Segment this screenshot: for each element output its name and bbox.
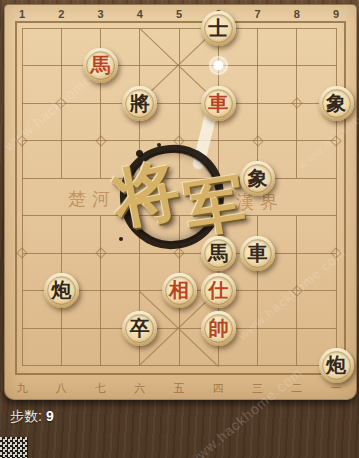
piece-character: 炮: [44, 273, 79, 308]
ink-splatter-dot: [119, 237, 123, 241]
file-label-bottom: 九: [12, 382, 32, 396]
grid-line-v: [336, 28, 337, 366]
piece-character: 仕: [201, 273, 236, 308]
file-label-bottom: 六: [130, 382, 150, 396]
file-label-bottom: 三: [248, 382, 268, 396]
piece-character: 將: [122, 86, 157, 121]
file-label-top: 2: [51, 7, 71, 21]
piece-character: 車: [240, 236, 275, 271]
grid-line-v: [100, 216, 101, 366]
piece-character: 馬: [201, 236, 236, 271]
file-label-top: 7: [248, 7, 268, 21]
piece-character: 象: [240, 161, 275, 196]
file-label-bottom: 八: [51, 382, 71, 396]
piece-black-車[interactable]: 車: [240, 236, 275, 271]
piece-black-炮[interactable]: 炮: [319, 348, 354, 383]
file-label-top: 9: [326, 7, 346, 21]
piece-red-帥[interactable]: 帥: [201, 311, 236, 346]
piece-red-馬[interactable]: 馬: [83, 48, 118, 83]
piece-character: 士: [201, 11, 236, 46]
piece-black-士[interactable]: 士: [201, 11, 236, 46]
file-label-bottom: 一: [326, 382, 346, 396]
piece-red-仕[interactable]: 仕: [201, 273, 236, 308]
file-label-bottom: 四: [208, 382, 228, 396]
move-count-label: 步数:: [10, 408, 42, 424]
piece-character: 馬: [83, 48, 118, 83]
river-text-left: 楚河: [68, 187, 116, 211]
move-count: 步数:9: [10, 408, 54, 426]
file-label-top: 1: [12, 7, 32, 21]
piece-black-馬[interactable]: 馬: [201, 236, 236, 271]
piece-character: 炮: [319, 348, 354, 383]
piece-character: 象: [319, 86, 354, 121]
piece-black-象[interactable]: 象: [240, 161, 275, 196]
file-label-top: 8: [287, 7, 307, 21]
file-label-bottom: 七: [91, 382, 111, 396]
piece-black-將[interactable]: 將: [122, 86, 157, 121]
piece-black-象[interactable]: 象: [319, 86, 354, 121]
ink-splatter-dot: [136, 150, 143, 157]
piece-black-炮[interactable]: 炮: [44, 273, 79, 308]
file-label-top: 5: [169, 7, 189, 21]
grid-line-v: [257, 28, 258, 178]
piece-red-相[interactable]: 相: [162, 273, 197, 308]
file-label-top: 4: [130, 7, 150, 21]
piece-character: 帥: [201, 311, 236, 346]
piece-character: 相: [162, 273, 197, 308]
piece-red-車[interactable]: 車: [201, 86, 236, 121]
piece-character: 車: [201, 86, 236, 121]
ink-splatter-dot: [157, 143, 161, 147]
piece-character: 卒: [122, 311, 157, 346]
qr-watermark: [0, 437, 28, 458]
move-count-value: 9: [46, 408, 54, 424]
piece-black-卒[interactable]: 卒: [122, 311, 157, 346]
last-move-marker: [214, 61, 223, 70]
app-screen: 123456789九八七六五四三二一 楚河 漢界 将 军 士馬將車象象馬車炮相仕…: [0, 0, 359, 458]
grid-line-v: [22, 28, 23, 366]
file-label-bottom: 五: [169, 382, 189, 396]
file-label-top: 3: [91, 7, 111, 21]
file-label-bottom: 二: [287, 382, 307, 396]
